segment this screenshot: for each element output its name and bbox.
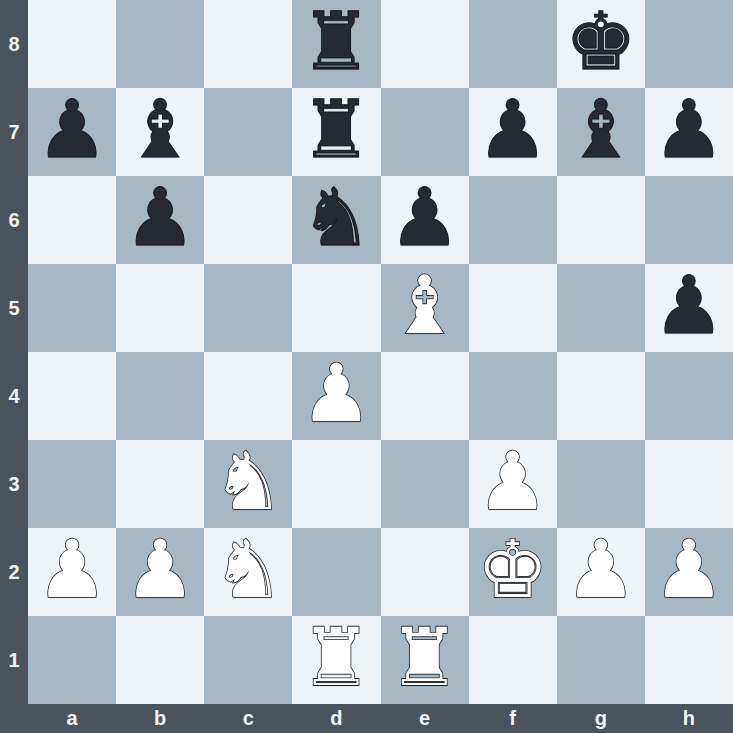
white-pawn[interactable]: ♟: [124, 530, 196, 610]
square-b3[interactable]: [116, 440, 204, 528]
white-pawn[interactable]: ♟: [653, 530, 725, 610]
square-d4[interactable]: ♟: [292, 352, 380, 440]
rank-label-5: 5: [0, 264, 28, 352]
black-rook[interactable]: ♜: [301, 90, 373, 170]
square-b1[interactable]: [116, 616, 204, 704]
black-knight[interactable]: ♞: [301, 178, 373, 258]
black-bishop[interactable]: ♝: [565, 90, 637, 170]
square-c5[interactable]: [204, 264, 292, 352]
file-label-a: a: [28, 704, 116, 733]
white-pawn[interactable]: ♟: [36, 530, 108, 610]
black-pawn[interactable]: ♟: [653, 90, 725, 170]
file-label-b: b: [116, 704, 204, 733]
square-b2[interactable]: ♟: [116, 528, 204, 616]
square-a6[interactable]: [28, 176, 116, 264]
file-label-d: d: [292, 704, 380, 733]
square-d6[interactable]: ♞: [292, 176, 380, 264]
square-f4[interactable]: [469, 352, 557, 440]
file-label-f: f: [469, 704, 557, 733]
square-h1[interactable]: [645, 616, 733, 704]
square-f2[interactable]: ♚: [469, 528, 557, 616]
square-a2[interactable]: ♟: [28, 528, 116, 616]
white-rook[interactable]: ♜: [389, 618, 461, 698]
square-h2[interactable]: ♟: [645, 528, 733, 616]
square-f5[interactable]: [469, 264, 557, 352]
square-a3[interactable]: [28, 440, 116, 528]
rank-label-8: 8: [0, 0, 28, 88]
square-h7[interactable]: ♟: [645, 88, 733, 176]
square-g1[interactable]: [557, 616, 645, 704]
board-corner: [0, 704, 28, 733]
file-label-h: h: [645, 704, 733, 733]
square-g5[interactable]: [557, 264, 645, 352]
square-g7[interactable]: ♝: [557, 88, 645, 176]
square-g3[interactable]: [557, 440, 645, 528]
square-a8[interactable]: [28, 0, 116, 88]
square-b7[interactable]: ♝: [116, 88, 204, 176]
square-e1[interactable]: ♜: [381, 616, 469, 704]
square-c8[interactable]: [204, 0, 292, 88]
square-e4[interactable]: [381, 352, 469, 440]
square-d2[interactable]: [292, 528, 380, 616]
white-king[interactable]: ♚: [477, 530, 549, 610]
square-e7[interactable]: [381, 88, 469, 176]
square-c3[interactable]: ♞: [204, 440, 292, 528]
square-a7[interactable]: ♟: [28, 88, 116, 176]
file-labels: abcdefgh: [28, 704, 733, 733]
chess-board-widget: 87654321 ♜♚♟♝♜♟♝♟♟♞♟♝♟♟♞♟♟♟♞♚♟♟♜♜ abcdef…: [0, 0, 733, 733]
square-f7[interactable]: ♟: [469, 88, 557, 176]
white-pawn[interactable]: ♟: [477, 442, 549, 522]
square-b8[interactable]: [116, 0, 204, 88]
white-knight[interactable]: ♞: [212, 530, 284, 610]
square-c6[interactable]: [204, 176, 292, 264]
square-a5[interactable]: [28, 264, 116, 352]
square-e8[interactable]: [381, 0, 469, 88]
square-c7[interactable]: [204, 88, 292, 176]
square-c1[interactable]: [204, 616, 292, 704]
square-f6[interactable]: [469, 176, 557, 264]
rank-label-6: 6: [0, 176, 28, 264]
rank-label-2: 2: [0, 528, 28, 616]
rank-labels: 87654321: [0, 0, 28, 704]
file-label-g: g: [557, 704, 645, 733]
square-d5[interactable]: [292, 264, 380, 352]
square-e5[interactable]: ♝: [381, 264, 469, 352]
square-e6[interactable]: ♟: [381, 176, 469, 264]
square-g4[interactable]: [557, 352, 645, 440]
square-c2[interactable]: ♞: [204, 528, 292, 616]
square-d3[interactable]: [292, 440, 380, 528]
white-knight[interactable]: ♞: [212, 442, 284, 522]
square-h5[interactable]: ♟: [645, 264, 733, 352]
square-a1[interactable]: [28, 616, 116, 704]
black-pawn[interactable]: ♟: [653, 266, 725, 346]
square-f3[interactable]: ♟: [469, 440, 557, 528]
file-label-c: c: [204, 704, 292, 733]
square-d7[interactable]: ♜: [292, 88, 380, 176]
square-d8[interactable]: ♜: [292, 0, 380, 88]
square-g6[interactable]: [557, 176, 645, 264]
black-pawn[interactable]: ♟: [36, 90, 108, 170]
square-e2[interactable]: [381, 528, 469, 616]
square-b6[interactable]: ♟: [116, 176, 204, 264]
white-bishop[interactable]: ♝: [389, 266, 461, 346]
black-king[interactable]: ♚: [565, 2, 637, 82]
square-h4[interactable]: [645, 352, 733, 440]
square-c4[interactable]: [204, 352, 292, 440]
black-pawn[interactable]: ♟: [477, 90, 549, 170]
square-f1[interactable]: [469, 616, 557, 704]
white-rook[interactable]: ♜: [301, 618, 373, 698]
white-pawn[interactable]: ♟: [301, 354, 373, 434]
black-bishop[interactable]: ♝: [124, 90, 196, 170]
square-h3[interactable]: [645, 440, 733, 528]
square-a4[interactable]: [28, 352, 116, 440]
black-pawn[interactable]: ♟: [124, 178, 196, 258]
rank-label-7: 7: [0, 88, 28, 176]
rank-label-3: 3: [0, 440, 28, 528]
square-b5[interactable]: [116, 264, 204, 352]
square-e3[interactable]: [381, 440, 469, 528]
square-f8[interactable]: [469, 0, 557, 88]
rank-label-4: 4: [0, 352, 28, 440]
white-pawn[interactable]: ♟: [565, 530, 637, 610]
square-b4[interactable]: [116, 352, 204, 440]
rank-label-1: 1: [0, 616, 28, 704]
square-h8[interactable]: [645, 0, 733, 88]
square-g2[interactable]: ♟: [557, 528, 645, 616]
black-pawn[interactable]: ♟: [389, 178, 461, 258]
file-label-e: e: [381, 704, 469, 733]
square-h6[interactable]: [645, 176, 733, 264]
black-rook[interactable]: ♜: [301, 2, 373, 82]
square-d1[interactable]: ♜: [292, 616, 380, 704]
board: ♜♚♟♝♜♟♝♟♟♞♟♝♟♟♞♟♟♟♞♚♟♟♜♜: [28, 0, 733, 704]
square-g8[interactable]: ♚: [557, 0, 645, 88]
